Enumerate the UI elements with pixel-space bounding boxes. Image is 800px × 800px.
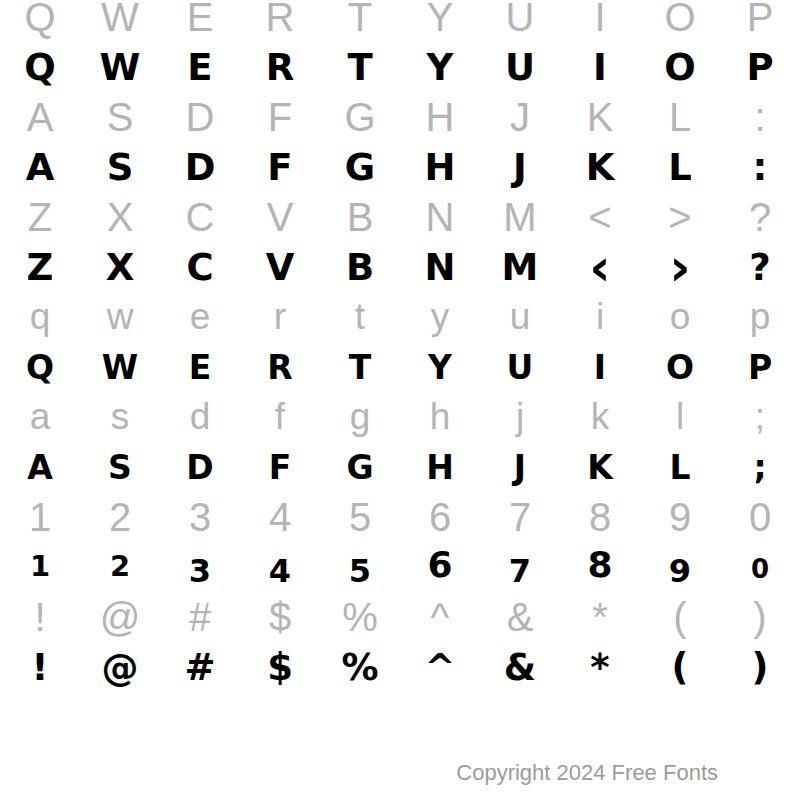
glyph-cell-r3c9: L bbox=[640, 92, 720, 142]
glyph-cell-r11c6: 6 bbox=[400, 492, 480, 542]
glyph-cell-r3c8: K bbox=[560, 92, 640, 142]
glyph-cell-r14c6: ^ bbox=[400, 642, 480, 692]
glyph-cell-r11c8: 8 bbox=[560, 492, 640, 542]
glyph-cell-r8c2: W bbox=[80, 342, 160, 392]
glyph-cell-r14c3: # bbox=[160, 642, 240, 692]
glyph-cell-r5c2: X bbox=[80, 192, 160, 242]
glyph-cell-r10c7: J bbox=[480, 442, 560, 492]
glyph-cell-r11c10: 0 bbox=[720, 492, 800, 542]
glyph-cell-r2c9: O bbox=[640, 42, 720, 92]
glyph-cell-r12c1: 1 bbox=[0, 541, 80, 591]
glyph-cell-r6c3: C bbox=[160, 242, 240, 292]
glyph-cell-r5c5: B bbox=[320, 192, 400, 242]
glyph-cell-r14c4: $ bbox=[240, 642, 320, 692]
glyph-cell-r10c9: L bbox=[640, 442, 720, 492]
glyph-cell-r7c5: t bbox=[320, 292, 400, 342]
copyright-text: Copyright 2024 Free Fonts bbox=[456, 760, 718, 786]
glyph-cell-r6c7: M bbox=[480, 242, 560, 292]
glyph-cell-r12c9: 9 bbox=[640, 546, 720, 596]
glyph-cell-r9c2: s bbox=[80, 392, 160, 442]
glyph-cell-r10c8: K bbox=[560, 442, 640, 492]
glyph-cell-r13c3: # bbox=[160, 592, 240, 642]
glyph-cell-r5c6: N bbox=[400, 192, 480, 242]
glyph-cell-r10c3: D bbox=[160, 442, 240, 492]
character-map-grid: QWERTYUIOPQWERTYUIOPASDFGHJKL:ASDFGHJKL:… bbox=[0, 0, 800, 692]
glyph-cell-r1c2: W bbox=[80, 0, 160, 42]
glyph-cell-r1c6: Y bbox=[400, 0, 480, 42]
glyph-cell-r11c1: 1 bbox=[0, 492, 80, 542]
glyph-cell-r3c4: F bbox=[240, 92, 320, 142]
glyph-cell-r2c5: T bbox=[320, 42, 400, 92]
glyph-cell-r9c10: ; bbox=[720, 392, 800, 442]
glyph-cell-r12c5: 5 bbox=[320, 546, 400, 596]
glyph-cell-r11c9: 9 bbox=[640, 492, 720, 542]
glyph-cell-r14c2: @ bbox=[80, 642, 160, 692]
glyph-cell-r1c3: E bbox=[160, 0, 240, 42]
glyph-cell-r8c10: P bbox=[720, 342, 800, 392]
glyph-cell-r12c8: 8 bbox=[560, 539, 640, 589]
glyph-cell-r1c4: R bbox=[240, 0, 320, 42]
glyph-cell-r10c10: ; bbox=[720, 442, 800, 492]
glyph-cell-r6c10: ? bbox=[720, 242, 800, 292]
glyph-cell-r3c10: : bbox=[720, 92, 800, 142]
glyph-cell-r2c2: W bbox=[80, 42, 160, 92]
glyph-cell-r6c1: Z bbox=[0, 242, 80, 292]
glyph-cell-r14c9: ( bbox=[640, 642, 720, 692]
glyph-cell-r1c8: I bbox=[560, 0, 640, 42]
glyph-cell-r8c3: E bbox=[160, 342, 240, 392]
glyph-cell-r7c2: w bbox=[80, 292, 160, 342]
glyph-cell-r2c10: P bbox=[720, 42, 800, 92]
glyph-cell-r11c2: 2 bbox=[80, 492, 160, 542]
glyph-cell-r6c6: N bbox=[400, 242, 480, 292]
glyph-cell-r8c7: U bbox=[480, 342, 560, 392]
glyph-cell-r6c2: X bbox=[80, 242, 160, 292]
glyph-cell-r10c4: F bbox=[240, 442, 320, 492]
glyph-cell-r5c10: ? bbox=[720, 192, 800, 242]
glyph-cell-r13c2: @ bbox=[80, 592, 160, 642]
glyph-cell-r6c4: V bbox=[240, 242, 320, 292]
glyph-cell-r1c10: P bbox=[720, 0, 800, 42]
glyph-cell-r9c6: h bbox=[400, 392, 480, 442]
glyph-cell-r13c5: % bbox=[320, 592, 400, 642]
glyph-cell-r14c1: ! bbox=[0, 642, 80, 692]
glyph-cell-r7c3: e bbox=[160, 292, 240, 342]
glyph-cell-r13c1: ! bbox=[0, 592, 80, 642]
glyph-cell-r8c6: Y bbox=[400, 342, 480, 392]
glyph-cell-r9c8: k bbox=[560, 392, 640, 442]
glyph-cell-r4c8: K bbox=[560, 142, 640, 192]
glyph-cell-r13c4: $ bbox=[240, 592, 320, 642]
glyph-cell-r12c6: 6 bbox=[400, 539, 480, 589]
glyph-cell-r8c9: O bbox=[640, 342, 720, 392]
glyph-cell-r14c8: * bbox=[560, 642, 640, 692]
glyph-cell-r4c7: J bbox=[480, 142, 560, 192]
glyph-cell-r12c3: 3 bbox=[160, 546, 240, 596]
glyph-cell-r2c3: E bbox=[160, 42, 240, 92]
glyph-cell-r4c5: G bbox=[320, 142, 400, 192]
glyph-cell-r10c2: S bbox=[80, 442, 160, 492]
glyph-cell-r14c5: % bbox=[320, 642, 400, 692]
glyph-cell-r1c5: T bbox=[320, 0, 400, 42]
glyph-cell-r12c10: 0 bbox=[720, 544, 800, 594]
glyph-cell-r7c8: i bbox=[560, 292, 640, 342]
glyph-cell-r11c4: 4 bbox=[240, 492, 320, 542]
glyph-cell-r1c1: Q bbox=[0, 0, 80, 42]
glyph-cell-r10c5: G bbox=[320, 442, 400, 492]
glyph-cell-r6c9: › bbox=[640, 242, 720, 292]
glyph-cell-r3c2: S bbox=[80, 92, 160, 142]
glyph-cell-r1c7: U bbox=[480, 0, 560, 42]
glyph-cell-r9c3: d bbox=[160, 392, 240, 442]
glyph-cell-r4c10: : bbox=[720, 142, 800, 192]
glyph-cell-r2c4: R bbox=[240, 42, 320, 92]
glyph-cell-r2c7: U bbox=[480, 42, 560, 92]
glyph-cell-r3c7: J bbox=[480, 92, 560, 142]
glyph-cell-r5c7: M bbox=[480, 192, 560, 242]
glyph-cell-r5c3: C bbox=[160, 192, 240, 242]
glyph-cell-r2c8: I bbox=[560, 42, 640, 92]
glyph-cell-r3c6: H bbox=[400, 92, 480, 142]
glyph-cell-r6c8: ‹ bbox=[560, 242, 640, 292]
glyph-cell-r7c1: q bbox=[0, 292, 80, 342]
glyph-cell-r14c7: & bbox=[480, 642, 560, 692]
glyph-cell-r10c1: A bbox=[0, 442, 80, 492]
glyph-cell-r13c7: & bbox=[480, 592, 560, 642]
glyph-cell-r5c1: Z bbox=[0, 192, 80, 242]
glyph-cell-r7c4: r bbox=[240, 292, 320, 342]
glyph-cell-r1c9: O bbox=[640, 0, 720, 42]
glyph-cell-r8c1: Q bbox=[0, 342, 80, 392]
glyph-cell-r8c8: I bbox=[560, 342, 640, 392]
glyph-cell-r3c5: G bbox=[320, 92, 400, 142]
glyph-cell-r7c10: p bbox=[720, 292, 800, 342]
glyph-cell-r5c9: > bbox=[640, 192, 720, 242]
glyph-cell-r4c9: L bbox=[640, 142, 720, 192]
glyph-cell-r4c1: A bbox=[0, 142, 80, 192]
glyph-cell-r9c1: a bbox=[0, 392, 80, 442]
glyph-cell-r2c1: Q bbox=[0, 42, 80, 92]
glyph-cell-r3c1: A bbox=[0, 92, 80, 142]
glyph-cell-r14c10: ) bbox=[720, 642, 800, 692]
glyph-cell-r7c9: o bbox=[640, 292, 720, 342]
glyph-cell-r13c9: ( bbox=[640, 592, 720, 642]
glyph-cell-r9c7: j bbox=[480, 392, 560, 442]
glyph-cell-r5c4: V bbox=[240, 192, 320, 242]
glyph-cell-r2c6: Y bbox=[400, 42, 480, 92]
glyph-cell-r11c3: 3 bbox=[160, 492, 240, 542]
glyph-cell-r11c5: 5 bbox=[320, 492, 400, 542]
glyph-cell-r13c6: ^ bbox=[400, 592, 480, 642]
glyph-cell-r9c5: g bbox=[320, 392, 400, 442]
glyph-cell-r9c9: l bbox=[640, 392, 720, 442]
glyph-cell-r9c4: f bbox=[240, 392, 320, 442]
glyph-cell-r12c4: 4 bbox=[240, 546, 320, 596]
glyph-cell-r13c10: ) bbox=[720, 592, 800, 642]
glyph-cell-r3c3: D bbox=[160, 92, 240, 142]
glyph-cell-r11c7: 7 bbox=[480, 492, 560, 542]
glyph-cell-r7c6: y bbox=[400, 292, 480, 342]
glyph-cell-r7c7: u bbox=[480, 292, 560, 342]
glyph-cell-r4c2: S bbox=[80, 142, 160, 192]
glyph-cell-r10c6: H bbox=[400, 442, 480, 492]
glyph-cell-r6c5: B bbox=[320, 242, 400, 292]
glyph-cell-r8c4: R bbox=[240, 342, 320, 392]
glyph-cell-r4c4: F bbox=[240, 142, 320, 192]
glyph-cell-r8c5: T bbox=[320, 342, 400, 392]
glyph-cell-r13c8: * bbox=[560, 592, 640, 642]
glyph-cell-r4c6: H bbox=[400, 142, 480, 192]
glyph-cell-r5c8: < bbox=[560, 192, 640, 242]
glyph-cell-r12c7: 7 bbox=[480, 546, 560, 596]
glyph-cell-r4c3: D bbox=[160, 142, 240, 192]
glyph-cell-r12c2: 2 bbox=[80, 541, 160, 591]
